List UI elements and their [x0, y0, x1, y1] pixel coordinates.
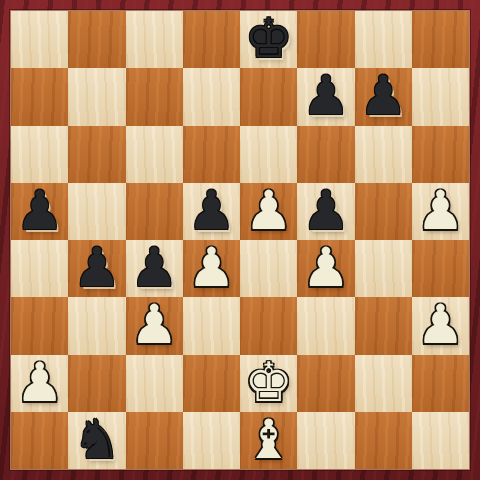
square-e1[interactable]: ♝	[240, 412, 297, 469]
piece-white-king-e2[interactable]: ♚	[244, 354, 292, 411]
square-a6[interactable]	[11, 126, 68, 183]
square-c2[interactable]	[126, 355, 183, 412]
chess-board: ♚♟♟♟♟♟♟♟♟♟♟♟♟♟♟♚♞♝	[11, 11, 469, 469]
square-c8[interactable]	[126, 11, 183, 68]
square-g7[interactable]: ♟	[355, 68, 412, 125]
piece-black-pawn-c4[interactable]: ♟	[130, 239, 178, 296]
piece-black-pawn-g7[interactable]: ♟	[359, 67, 407, 124]
square-e8[interactable]: ♚	[240, 11, 297, 68]
square-d3[interactable]	[183, 297, 240, 354]
square-e5[interactable]: ♟	[240, 183, 297, 240]
square-b6[interactable]	[68, 126, 125, 183]
piece-white-pawn-f4[interactable]: ♟	[302, 239, 350, 296]
square-f5[interactable]: ♟	[297, 183, 354, 240]
square-f7[interactable]: ♟	[297, 68, 354, 125]
square-c6[interactable]	[126, 126, 183, 183]
square-f2[interactable]	[297, 355, 354, 412]
square-g3[interactable]	[355, 297, 412, 354]
piece-white-pawn-h5[interactable]: ♟	[416, 182, 464, 239]
square-d5[interactable]: ♟	[183, 183, 240, 240]
piece-black-pawn-f7[interactable]: ♟	[302, 67, 350, 124]
piece-black-pawn-a5[interactable]: ♟	[15, 182, 63, 239]
piece-black-king-e8[interactable]: ♚	[244, 10, 292, 67]
square-a4[interactable]	[11, 240, 68, 297]
square-e7[interactable]	[240, 68, 297, 125]
square-d6[interactable]	[183, 126, 240, 183]
square-e3[interactable]	[240, 297, 297, 354]
square-a2[interactable]: ♟	[11, 355, 68, 412]
square-h3[interactable]: ♟	[412, 297, 469, 354]
square-h4[interactable]	[412, 240, 469, 297]
square-h8[interactable]	[412, 11, 469, 68]
square-b2[interactable]	[68, 355, 125, 412]
board-frame: ♚♟♟♟♟♟♟♟♟♟♟♟♟♟♟♚♞♝	[0, 0, 480, 480]
piece-black-pawn-b4[interactable]: ♟	[73, 239, 121, 296]
piece-white-pawn-c3[interactable]: ♟	[130, 296, 178, 353]
square-b3[interactable]	[68, 297, 125, 354]
square-c5[interactable]	[126, 183, 183, 240]
square-f6[interactable]	[297, 126, 354, 183]
square-b4[interactable]: ♟	[68, 240, 125, 297]
square-h7[interactable]	[412, 68, 469, 125]
piece-white-pawn-a2[interactable]: ♟	[15, 354, 63, 411]
square-d7[interactable]	[183, 68, 240, 125]
square-d4[interactable]: ♟	[183, 240, 240, 297]
piece-black-pawn-f5[interactable]: ♟	[302, 182, 350, 239]
square-f1[interactable]	[297, 412, 354, 469]
square-e6[interactable]	[240, 126, 297, 183]
square-f4[interactable]: ♟	[297, 240, 354, 297]
square-g8[interactable]	[355, 11, 412, 68]
square-a8[interactable]	[11, 11, 68, 68]
square-h2[interactable]	[412, 355, 469, 412]
square-c7[interactable]	[126, 68, 183, 125]
piece-white-pawn-h3[interactable]: ♟	[416, 296, 464, 353]
square-a3[interactable]	[11, 297, 68, 354]
square-b1[interactable]: ♞	[68, 412, 125, 469]
square-f8[interactable]	[297, 11, 354, 68]
square-h1[interactable]	[412, 412, 469, 469]
square-e2[interactable]: ♚	[240, 355, 297, 412]
piece-black-knight-b1[interactable]: ♞	[73, 411, 121, 468]
square-f3[interactable]	[297, 297, 354, 354]
square-e4[interactable]	[240, 240, 297, 297]
square-b7[interactable]	[68, 68, 125, 125]
square-g5[interactable]	[355, 183, 412, 240]
square-c3[interactable]: ♟	[126, 297, 183, 354]
square-c4[interactable]: ♟	[126, 240, 183, 297]
square-d8[interactable]	[183, 11, 240, 68]
square-b8[interactable]	[68, 11, 125, 68]
square-g1[interactable]	[355, 412, 412, 469]
square-g6[interactable]	[355, 126, 412, 183]
piece-white-bishop-e1[interactable]: ♝	[244, 411, 292, 468]
square-d1[interactable]	[183, 412, 240, 469]
square-b5[interactable]	[68, 183, 125, 240]
square-d2[interactable]	[183, 355, 240, 412]
square-h6[interactable]	[412, 126, 469, 183]
square-g2[interactable]	[355, 355, 412, 412]
square-c1[interactable]	[126, 412, 183, 469]
square-a1[interactable]	[11, 412, 68, 469]
piece-white-pawn-e5[interactable]: ♟	[244, 182, 292, 239]
square-a5[interactable]: ♟	[11, 183, 68, 240]
square-g4[interactable]	[355, 240, 412, 297]
piece-black-pawn-d5[interactable]: ♟	[187, 182, 235, 239]
square-a7[interactable]	[11, 68, 68, 125]
piece-white-pawn-d4[interactable]: ♟	[187, 239, 235, 296]
square-h5[interactable]: ♟	[412, 183, 469, 240]
